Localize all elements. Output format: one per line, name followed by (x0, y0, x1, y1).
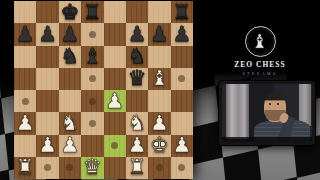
move-hint-dot (44, 164, 51, 171)
square-a8[interactable] (14, 1, 36, 23)
square-d5[interactable] (81, 68, 103, 90)
square-c8[interactable]: ♚ (59, 1, 81, 23)
move-hint-dot (22, 98, 29, 105)
black-rook[interactable]: ♜ (171, 1, 193, 23)
square-e8[interactable] (104, 1, 126, 23)
square-f8[interactable] (126, 1, 148, 23)
square-b2[interactable]: ♟ (36, 135, 58, 157)
square-f5[interactable]: ♛ (126, 68, 148, 90)
square-a2[interactable] (14, 135, 36, 157)
square-g5[interactable]: ♝ (148, 68, 170, 90)
square-g8[interactable] (148, 1, 170, 23)
square-c3[interactable]: ♞ (59, 112, 81, 134)
move-hint-dot (89, 120, 96, 127)
square-c2[interactable]: ♟ (59, 135, 81, 157)
square-g1[interactable] (148, 157, 170, 179)
webcam-bottom-band (222, 137, 312, 142)
logo-circle: ♝ (245, 26, 276, 57)
square-a3[interactable]: ♟ (14, 112, 36, 134)
square-e2[interactable] (104, 135, 126, 157)
square-h5[interactable] (171, 68, 193, 90)
black-pawn[interactable]: ♟ (14, 23, 36, 45)
square-f7[interactable]: ♟ (126, 23, 148, 45)
webcam-frame (218, 80, 316, 146)
square-c6[interactable]: ♞ (59, 46, 81, 68)
square-e6[interactable] (104, 46, 126, 68)
square-g3[interactable]: ♟ (148, 112, 170, 134)
square-b1[interactable] (36, 157, 58, 179)
black-knight[interactable]: ♞ (126, 46, 148, 68)
square-a1[interactable]: ♜ (14, 157, 36, 179)
white-pawn[interactable]: ♟ (148, 112, 170, 134)
square-d2[interactable] (81, 135, 103, 157)
square-d8[interactable]: ♜ (81, 1, 103, 23)
black-knight[interactable]: ♞ (59, 46, 81, 68)
square-h1[interactable] (171, 157, 193, 179)
square-b6[interactable] (36, 46, 58, 68)
move-hint-dot (178, 164, 185, 171)
chess-board[interactable]: ♚♜♜♟♟♟♟♟♟♞♝♞♛♝♟♟♞♞♟♟♟♟♚♟♜♛♜ (14, 1, 193, 179)
black-king[interactable]: ♚ (59, 1, 81, 23)
square-c7[interactable]: ♟ (59, 23, 81, 45)
square-d7[interactable] (81, 23, 103, 45)
square-d4[interactable] (81, 90, 103, 112)
move-hint-dot (89, 31, 96, 38)
square-h2[interactable]: ♟ (171, 135, 193, 157)
square-e4[interactable]: ♟ (104, 90, 126, 112)
square-b7[interactable]: ♟ (36, 23, 58, 45)
white-knight[interactable]: ♞ (126, 112, 148, 134)
move-hint-dot (89, 75, 96, 82)
webcam-video (222, 84, 312, 142)
square-g4[interactable] (148, 90, 170, 112)
square-f3[interactable]: ♞ (126, 112, 148, 134)
square-g7[interactable]: ♟ (148, 23, 170, 45)
square-a6[interactable] (14, 46, 36, 68)
square-f4[interactable] (126, 90, 148, 112)
white-pawn[interactable]: ♟ (14, 112, 36, 134)
curtain-left (226, 84, 249, 139)
square-b3[interactable] (36, 112, 58, 134)
square-h7[interactable]: ♟ (171, 23, 193, 45)
white-rook[interactable]: ♜ (126, 157, 148, 179)
streamer-logo: ♝ ZEO CHESS STREAMS (232, 26, 288, 76)
black-rook[interactable]: ♜ (81, 1, 103, 23)
square-b5[interactable] (36, 68, 58, 90)
square-d1[interactable]: ♛ (81, 157, 103, 179)
square-a5[interactable] (14, 68, 36, 90)
move-hint-dot (178, 75, 185, 82)
move-hint-dot (66, 164, 73, 171)
move-hint-dot (111, 142, 118, 149)
logo-subtitle: STREAMS (232, 71, 288, 76)
square-h4[interactable] (171, 90, 193, 112)
streamer-eye-right (277, 103, 279, 105)
white-pawn[interactable]: ♟ (126, 135, 148, 157)
logo-title: ZEO CHESS (232, 60, 288, 69)
square-e5[interactable] (104, 68, 126, 90)
black-queen[interactable]: ♛ (126, 68, 148, 90)
black-pawn[interactable]: ♟ (148, 23, 170, 45)
white-pawn[interactable]: ♟ (36, 135, 58, 157)
white-pawn[interactable]: ♟ (104, 90, 126, 112)
square-f1[interactable]: ♜ (126, 157, 148, 179)
black-pawn[interactable]: ♟ (59, 23, 81, 45)
square-g2[interactable]: ♚ (148, 135, 170, 157)
square-e1[interactable] (104, 157, 126, 179)
curtain-right (299, 84, 312, 126)
white-knight[interactable]: ♞ (59, 112, 81, 134)
square-f6[interactable]: ♞ (126, 46, 148, 68)
black-pawn[interactable]: ♟ (171, 23, 193, 45)
square-h8[interactable]: ♜ (171, 1, 193, 23)
square-e7[interactable] (104, 23, 126, 45)
black-bishop[interactable]: ♝ (81, 46, 103, 68)
square-g6[interactable] (148, 46, 170, 68)
stream-overlay: ♚♜♜♟♟♟♟♟♟♞♝♞♛♝♟♟♞♞♟♟♟♟♚♟♜♛♜ ♝ ZEO CHESS … (0, 0, 320, 180)
white-pawn[interactable]: ♟ (59, 135, 81, 157)
square-f2[interactable]: ♟ (126, 135, 148, 157)
black-pawn[interactable]: ♟ (126, 23, 148, 45)
square-d6[interactable]: ♝ (81, 46, 103, 68)
black-pawn[interactable]: ♟ (36, 23, 58, 45)
move-hint-dot (156, 164, 163, 171)
white-pawn[interactable]: ♟ (171, 135, 193, 157)
square-b4[interactable] (36, 90, 58, 112)
square-b8[interactable] (36, 1, 58, 23)
square-d3[interactable] (81, 112, 103, 134)
square-h3[interactable] (171, 112, 193, 134)
streamer-eye-left (269, 103, 271, 105)
white-bishop[interactable]: ♝ (148, 68, 170, 90)
square-e3[interactable] (104, 112, 126, 134)
white-king[interactable]: ♚ (148, 135, 170, 157)
chess-piece-icon: ♝ (251, 32, 268, 51)
square-c4[interactable] (59, 90, 81, 112)
square-a4[interactable] (14, 90, 36, 112)
square-h6[interactable] (171, 46, 193, 68)
square-c5[interactable] (59, 68, 81, 90)
square-a7[interactable]: ♟ (14, 23, 36, 45)
white-queen[interactable]: ♛ (81, 157, 103, 179)
white-rook[interactable]: ♜ (14, 157, 36, 179)
move-hint-dot (89, 98, 96, 105)
square-c1[interactable] (59, 157, 81, 179)
